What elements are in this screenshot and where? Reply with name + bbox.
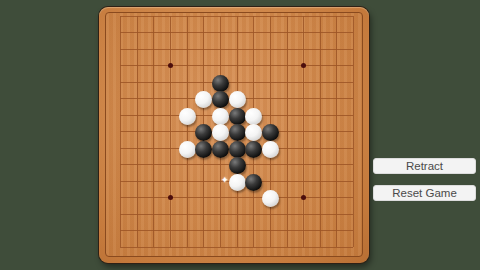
star-point: [168, 195, 173, 200]
stone-white: [212, 108, 229, 125]
grid-line-h: [120, 197, 353, 198]
gomoku-board: ✦: [99, 7, 369, 263]
stone-white: [262, 141, 279, 158]
stone-black: [229, 124, 246, 141]
stone-black: [245, 174, 262, 191]
grid-line-v: [287, 16, 288, 247]
grid-line-h: [120, 230, 353, 231]
reset-game-button[interactable]: Reset Game: [373, 185, 476, 201]
stone-black: [212, 141, 229, 158]
stone-black: [262, 124, 279, 141]
stone-white: [245, 108, 262, 125]
game-screen: ✦ Retract Reset Game: [0, 0, 480, 270]
grid-line-v: [353, 16, 354, 247]
stone-white: [179, 141, 196, 158]
grid-line-v: [303, 16, 304, 247]
stone-white: [179, 108, 196, 125]
retract-button[interactable]: Retract: [373, 158, 476, 174]
stone-white: [229, 174, 246, 191]
stone-black: [195, 141, 212, 158]
stone-white: [229, 91, 246, 108]
stone-black: [212, 75, 229, 92]
stone-black: [229, 157, 246, 174]
grid-line-v: [320, 16, 321, 247]
star-point: [168, 63, 173, 68]
grid-line-h: [120, 247, 353, 248]
stone-black: [245, 141, 262, 158]
stone-white: [212, 124, 229, 141]
stone-black: [229, 108, 246, 125]
stone-white: [262, 190, 279, 207]
grid-line-v: [336, 16, 337, 247]
grid-line-h: [120, 214, 353, 215]
stone-black: [212, 91, 229, 108]
stone-black: [229, 141, 246, 158]
